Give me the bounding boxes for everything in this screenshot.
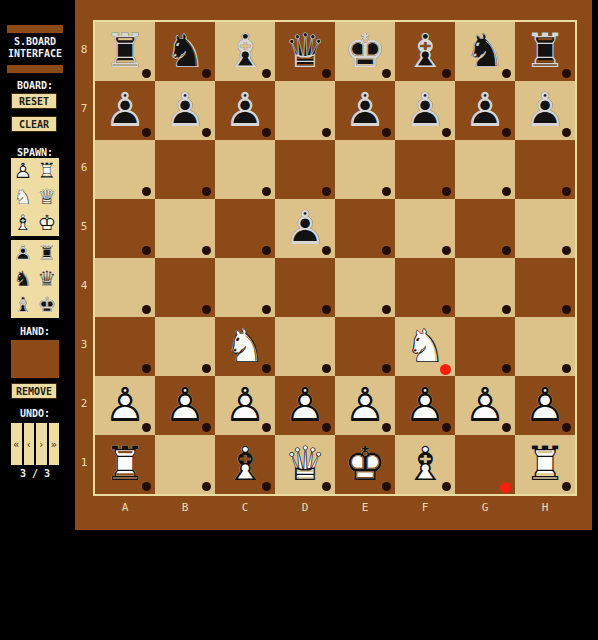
sensor-dot-e7 bbox=[382, 128, 391, 137]
square-a8[interactable]: ♜♖ bbox=[95, 22, 155, 81]
sensor-dot-d3 bbox=[322, 364, 331, 373]
sidebar: S.BOARD INTERFACE BOARD: RESET CLEAR SPA… bbox=[0, 0, 75, 530]
file-label-e: E bbox=[335, 501, 395, 514]
board-frame: ♜♖♞♘♝♗♛♕♚♔♝♗♞♘♜♖♟♙♟♙♟♙♟♙♟♙♟♙♟♙♟♙♞♘♞♘♟♙♟♙… bbox=[75, 0, 592, 530]
spawn-black-king[interactable]: ♚♔ bbox=[35, 292, 59, 318]
reset-button[interactable]: RESET bbox=[11, 93, 57, 109]
square-b5[interactable] bbox=[155, 199, 215, 258]
sensor-dot-h2 bbox=[562, 423, 571, 432]
black-bishop-icon: ♝♗ bbox=[11, 292, 35, 318]
divider-bar bbox=[7, 25, 63, 33]
square-b3[interactable] bbox=[155, 317, 215, 376]
square-f7[interactable]: ♟♙ bbox=[395, 81, 455, 140]
square-c1[interactable]: ♝♗ bbox=[215, 435, 275, 494]
spawn-black-pawn[interactable]: ♟♙ bbox=[11, 240, 35, 266]
file-label-d: D bbox=[275, 501, 335, 514]
sensor-dot-c6 bbox=[262, 187, 271, 196]
square-f1[interactable]: ♝♗ bbox=[395, 435, 455, 494]
sensor-dot-d5 bbox=[322, 246, 331, 255]
spawn-black-knight[interactable]: ♞♘ bbox=[11, 266, 35, 292]
square-h7[interactable]: ♟♙ bbox=[515, 81, 575, 140]
undo-counter: 3 / 3 bbox=[0, 468, 70, 479]
square-h6[interactable] bbox=[515, 140, 575, 199]
square-a2[interactable]: ♟♙ bbox=[95, 376, 155, 435]
sensor-dot-f2 bbox=[442, 423, 451, 432]
undo-back-icon[interactable]: ‹ bbox=[24, 423, 35, 465]
divider-bar bbox=[7, 65, 63, 73]
sensor-dot-h4 bbox=[562, 305, 571, 314]
rank-label-6: 6 bbox=[76, 138, 92, 197]
sensor-dot-e1 bbox=[382, 482, 391, 491]
square-d8[interactable]: ♛♕ bbox=[275, 22, 335, 81]
spawn-white-knight[interactable]: ♞♘ bbox=[11, 184, 35, 210]
square-a7[interactable]: ♟♙ bbox=[95, 81, 155, 140]
square-g5[interactable] bbox=[455, 199, 515, 258]
square-a3[interactable] bbox=[95, 317, 155, 376]
rank-label-4: 4 bbox=[76, 256, 92, 315]
spawn-white-king[interactable]: ♚♔ bbox=[35, 210, 59, 236]
square-f6[interactable] bbox=[395, 140, 455, 199]
sensor-dot-g6 bbox=[502, 187, 511, 196]
sensor-dot-e4 bbox=[382, 305, 391, 314]
sensor-dot-e3 bbox=[382, 364, 391, 373]
sensor-dot-g2 bbox=[502, 423, 511, 432]
white-pawn-icon: ♟♙ bbox=[11, 158, 35, 184]
sensor-dot-f5 bbox=[442, 246, 451, 255]
sensor-dot-g7 bbox=[502, 128, 511, 137]
square-c3[interactable]: ♞♘ bbox=[215, 317, 275, 376]
remove-button[interactable]: REMOVE bbox=[11, 383, 57, 399]
spawn-white-rook[interactable]: ♜♖ bbox=[35, 158, 59, 184]
square-e2[interactable]: ♟♙ bbox=[335, 376, 395, 435]
sensor-dot-b8 bbox=[202, 69, 211, 78]
sensor-dot-h3 bbox=[562, 364, 571, 373]
square-c7[interactable]: ♟♙ bbox=[215, 81, 275, 140]
square-h8[interactable]: ♜♖ bbox=[515, 22, 575, 81]
sensor-dot-a1 bbox=[142, 482, 151, 491]
sensor-dot-b3 bbox=[202, 364, 211, 373]
square-b7[interactable]: ♟♙ bbox=[155, 81, 215, 140]
square-b6[interactable] bbox=[155, 140, 215, 199]
undo-first-icon[interactable]: « bbox=[11, 423, 22, 465]
sensor-dot-a8 bbox=[142, 69, 151, 78]
sensor-dot-e6 bbox=[382, 187, 391, 196]
sensor-dot-g8 bbox=[502, 69, 511, 78]
square-b4[interactable] bbox=[155, 258, 215, 317]
square-d1[interactable]: ♛♕ bbox=[275, 435, 335, 494]
square-e3[interactable] bbox=[335, 317, 395, 376]
control-strip: RESIGN3RDREPETDRAWMATECHECKERROR 8d87::8… bbox=[0, 530, 598, 640]
sensor-dot-h7 bbox=[562, 128, 571, 137]
sensor-dot-d4 bbox=[322, 305, 331, 314]
square-c4[interactable] bbox=[215, 258, 275, 317]
rank-label-1: 1 bbox=[76, 433, 92, 492]
sensor-dot-a2 bbox=[142, 423, 151, 432]
sensor-dot-g3 bbox=[502, 364, 511, 373]
undo-section-label: UNDO: bbox=[0, 408, 70, 419]
sensor-dot-f4 bbox=[442, 305, 451, 314]
square-f3[interactable]: ♞♘ bbox=[395, 317, 455, 376]
square-c5[interactable] bbox=[215, 199, 275, 258]
sensor-dot-d2 bbox=[322, 423, 331, 432]
square-d7[interactable] bbox=[275, 81, 335, 140]
rank-label-5: 5 bbox=[76, 197, 92, 256]
square-e8[interactable]: ♚♔ bbox=[335, 22, 395, 81]
square-f8[interactable]: ♝♗ bbox=[395, 22, 455, 81]
sensor-dot-c1 bbox=[262, 482, 271, 491]
sensor-dot-h5 bbox=[562, 246, 571, 255]
square-e5[interactable] bbox=[335, 199, 395, 258]
sensor-dot-b1 bbox=[202, 482, 211, 491]
clear-button[interactable]: CLEAR bbox=[11, 116, 57, 132]
sensor-dot-a5 bbox=[142, 246, 151, 255]
square-h3[interactable] bbox=[515, 317, 575, 376]
sensor-dot-b5 bbox=[202, 246, 211, 255]
square-g7[interactable]: ♟♙ bbox=[455, 81, 515, 140]
spawn-section-label: SPAWN: bbox=[0, 147, 70, 158]
sensor-dot-e5 bbox=[382, 246, 391, 255]
redo-icon[interactable]: › bbox=[36, 423, 47, 465]
black-queen-icon: ♛♕ bbox=[35, 266, 59, 292]
sensor-dot-b7 bbox=[202, 128, 211, 137]
square-f5[interactable] bbox=[395, 199, 455, 258]
sensor-dot-f6 bbox=[442, 187, 451, 196]
sensor-dot-b2 bbox=[202, 423, 211, 432]
square-e6[interactable] bbox=[335, 140, 395, 199]
spawn-black-queen[interactable]: ♛♕ bbox=[35, 266, 59, 292]
sensor-dot-g5 bbox=[502, 246, 511, 255]
square-a6[interactable] bbox=[95, 140, 155, 199]
black-knight-icon: ♞♘ bbox=[11, 266, 35, 292]
rank-label-7: 7 bbox=[76, 79, 92, 138]
redo-last-icon[interactable]: » bbox=[49, 423, 60, 465]
spawn-white-bishop[interactable]: ♝♗ bbox=[11, 210, 35, 236]
sensor-dot-d8 bbox=[322, 69, 331, 78]
square-g8[interactable]: ♞♘ bbox=[455, 22, 515, 81]
sensor-dot-h8 bbox=[562, 69, 571, 78]
file-label-c: C bbox=[215, 501, 275, 514]
square-h4[interactable] bbox=[515, 258, 575, 317]
sensor-dot-c5 bbox=[262, 246, 271, 255]
sensor-dot-h6 bbox=[562, 187, 571, 196]
white-queen-icon: ♛♕ bbox=[35, 184, 59, 210]
sensor-dot-d6 bbox=[322, 187, 331, 196]
square-c8[interactable]: ♝♗ bbox=[215, 22, 275, 81]
file-label-f: F bbox=[395, 501, 455, 514]
sensor-dot-d7 bbox=[322, 128, 331, 137]
square-e1[interactable]: ♚♔ bbox=[335, 435, 395, 494]
square-d6[interactable] bbox=[275, 140, 335, 199]
square-e7[interactable]: ♟♙ bbox=[335, 81, 395, 140]
red-sensor-dot-f3 bbox=[440, 364, 451, 375]
file-label-g: G bbox=[455, 501, 515, 514]
square-a4[interactable] bbox=[95, 258, 155, 317]
square-f4[interactable] bbox=[395, 258, 455, 317]
square-c2[interactable]: ♟♙ bbox=[215, 376, 275, 435]
undo-controls: « ‹ › » bbox=[11, 423, 59, 465]
square-b8[interactable]: ♞♘ bbox=[155, 22, 215, 81]
square-c6[interactable] bbox=[215, 140, 275, 199]
square-h2[interactable]: ♟♙ bbox=[515, 376, 575, 435]
white-king-icon: ♚♔ bbox=[35, 210, 59, 236]
square-b1[interactable] bbox=[155, 435, 215, 494]
app-title-line2: INTERFACE bbox=[0, 48, 70, 59]
sensor-dot-e2 bbox=[382, 423, 391, 432]
sensor-dot-a4 bbox=[142, 305, 151, 314]
sensor-dot-d1 bbox=[322, 482, 331, 491]
white-bishop-icon: ♝♗ bbox=[11, 210, 35, 236]
rank-label-3: 3 bbox=[76, 315, 92, 374]
square-d4[interactable] bbox=[275, 258, 335, 317]
chess-computer-app: S.BOARD INTERFACE BOARD: RESET CLEAR SPA… bbox=[0, 0, 598, 640]
square-g1[interactable] bbox=[455, 435, 515, 494]
chess-board: ♜♖♞♘♝♗♛♕♚♔♝♗♞♘♜♖♟♙♟♙♟♙♟♙♟♙♟♙♟♙♟♙♞♘♞♘♟♙♟♙… bbox=[93, 20, 577, 496]
sensor-dot-c2 bbox=[262, 423, 271, 432]
square-g4[interactable] bbox=[455, 258, 515, 317]
square-a1[interactable]: ♜♖ bbox=[95, 435, 155, 494]
square-d5[interactable]: ♟♙ bbox=[275, 199, 335, 258]
sensor-dot-b4 bbox=[202, 305, 211, 314]
file-label-a: A bbox=[95, 501, 155, 514]
sensor-dot-a6 bbox=[142, 187, 151, 196]
sensor-dot-f7 bbox=[442, 128, 451, 137]
file-label-h: H bbox=[515, 501, 575, 514]
sensor-dot-h1 bbox=[562, 482, 571, 491]
square-e4[interactable] bbox=[335, 258, 395, 317]
rank-label-8: 8 bbox=[76, 20, 92, 79]
square-h1[interactable]: ♜♖ bbox=[515, 435, 575, 494]
black-king-icon: ♚♔ bbox=[35, 292, 59, 318]
red-sensor-dot-g1 bbox=[500, 482, 511, 493]
spawn-white-panel: ♟♙♜♖♞♘♛♕♝♗♚♔ bbox=[11, 158, 59, 236]
square-g6[interactable] bbox=[455, 140, 515, 199]
spawn-black-panel: ♟♙♜♖♞♘♛♕♝♗♚♔ bbox=[11, 240, 59, 318]
sensor-dot-a3 bbox=[142, 364, 151, 373]
square-g3[interactable] bbox=[455, 317, 515, 376]
sensor-dot-c7 bbox=[262, 128, 271, 137]
square-a5[interactable] bbox=[95, 199, 155, 258]
sensor-dot-f8 bbox=[442, 69, 451, 78]
white-knight-icon: ♞♘ bbox=[11, 184, 35, 210]
white-rook-icon: ♜♖ bbox=[35, 158, 59, 184]
square-f2[interactable]: ♟♙ bbox=[395, 376, 455, 435]
hand-section-label: HAND: bbox=[0, 326, 70, 337]
file-label-b: B bbox=[155, 501, 215, 514]
app-title-line1: S.BOARD bbox=[0, 36, 70, 47]
square-h5[interactable] bbox=[515, 199, 575, 258]
sensor-dot-a7 bbox=[142, 128, 151, 137]
board-section-label: BOARD: bbox=[0, 80, 70, 91]
hand-box[interactable] bbox=[11, 340, 59, 378]
black-rook-icon: ♜♖ bbox=[35, 240, 59, 266]
sensor-dot-f1 bbox=[442, 482, 451, 491]
sensor-dot-c8 bbox=[262, 69, 271, 78]
sensor-dot-b6 bbox=[202, 187, 211, 196]
spawn-white-pawn[interactable]: ♟♙ bbox=[11, 158, 35, 184]
square-b2[interactable]: ♟♙ bbox=[155, 376, 215, 435]
sensor-dot-c3 bbox=[262, 364, 271, 373]
sensor-dot-g4 bbox=[502, 305, 511, 314]
square-g2[interactable]: ♟♙ bbox=[455, 376, 515, 435]
spawn-black-bishop[interactable]: ♝♗ bbox=[11, 292, 35, 318]
square-d3[interactable] bbox=[275, 317, 335, 376]
spawn-black-rook[interactable]: ♜♖ bbox=[35, 240, 59, 266]
square-d2[interactable]: ♟♙ bbox=[275, 376, 335, 435]
sensor-dot-c4 bbox=[262, 305, 271, 314]
black-pawn-icon: ♟♙ bbox=[11, 240, 35, 266]
rank-label-2: 2 bbox=[76, 374, 92, 433]
sensor-dot-e8 bbox=[382, 69, 391, 78]
spawn-white-queen[interactable]: ♛♕ bbox=[35, 184, 59, 210]
